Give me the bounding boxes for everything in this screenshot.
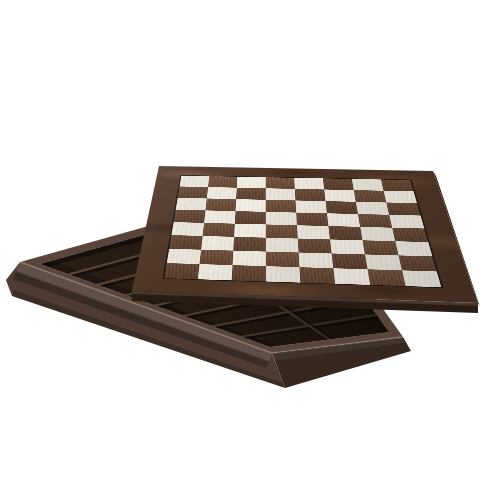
square-e5 (296, 213, 328, 226)
square-a7 (178, 186, 208, 198)
square-e2 (299, 253, 334, 269)
square-d1 (266, 266, 301, 282)
square-h2 (399, 255, 437, 271)
square-e1 (299, 267, 335, 284)
square-h1 (402, 270, 441, 287)
square-c3 (233, 237, 265, 252)
square-c1 (232, 265, 266, 281)
square-c6 (235, 199, 265, 212)
square-a3 (169, 235, 202, 250)
square-g3 (362, 240, 398, 255)
square-h6 (386, 202, 420, 215)
square-e6 (295, 200, 326, 213)
square-c2 (233, 251, 266, 267)
board-field (162, 175, 443, 288)
square-d3 (266, 238, 299, 253)
square-e7 (295, 189, 326, 201)
square-d5 (266, 212, 297, 225)
square-a1 (164, 263, 199, 279)
square-e3 (298, 239, 332, 254)
square-a2 (167, 249, 201, 264)
square-b1 (198, 264, 233, 280)
square-b2 (199, 250, 233, 265)
square-d4 (266, 224, 298, 238)
square-e4 (297, 225, 330, 239)
square-h7 (384, 191, 417, 203)
square-d7 (266, 188, 296, 200)
square-h4 (392, 228, 428, 242)
product-photo-chessboard-on-case (0, 0, 480, 480)
square-h5 (389, 215, 424, 229)
square-g1 (367, 269, 405, 286)
square-g8 (352, 179, 384, 191)
square-c5 (235, 211, 266, 224)
square-f3 (330, 239, 365, 254)
square-d8 (266, 177, 295, 189)
square-b5 (204, 210, 235, 223)
square-f4 (328, 226, 362, 240)
square-a4 (171, 222, 204, 236)
square-a5 (174, 210, 206, 223)
square-b3 (201, 236, 234, 251)
square-d2 (266, 252, 300, 268)
square-b6 (205, 198, 236, 211)
square-b4 (203, 223, 235, 237)
square-g5 (358, 214, 392, 228)
square-a6 (176, 198, 207, 211)
square-h8 (381, 179, 414, 191)
square-b8 (208, 176, 237, 188)
square-a8 (180, 176, 210, 187)
square-f8 (323, 178, 354, 190)
square-d6 (266, 200, 297, 213)
square-f2 (332, 253, 368, 269)
square-f5 (327, 213, 360, 227)
square-c4 (234, 224, 266, 238)
square-g6 (356, 202, 389, 215)
square-c8 (237, 177, 266, 189)
square-f1 (333, 268, 370, 285)
square-g2 (365, 254, 402, 270)
square-g7 (354, 190, 387, 202)
square-c7 (236, 188, 266, 200)
chessboard (132, 166, 478, 303)
square-g4 (360, 227, 395, 241)
square-h3 (395, 241, 432, 256)
square-f7 (324, 189, 356, 201)
square-f6 (326, 201, 358, 214)
square-b7 (207, 187, 237, 199)
square-e8 (294, 178, 324, 190)
